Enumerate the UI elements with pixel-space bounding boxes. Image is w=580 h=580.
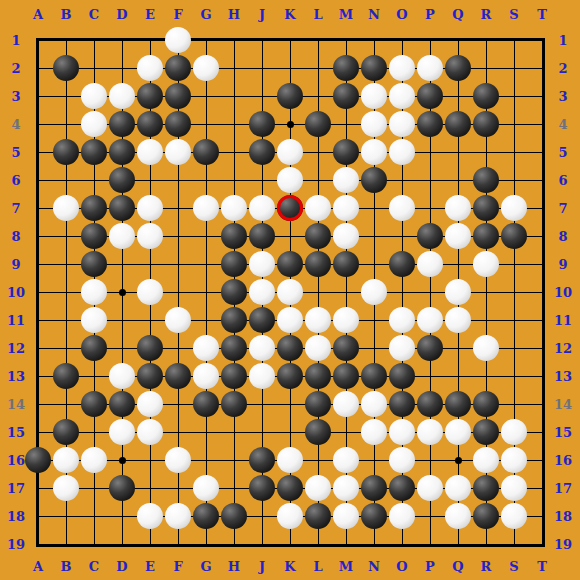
- intersection-A19[interactable]: [24, 530, 52, 558]
- intersection-H3[interactable]: [220, 82, 248, 110]
- intersection-K4[interactable]: [276, 110, 304, 138]
- intersection-O2[interactable]: [388, 54, 416, 82]
- intersection-A13[interactable]: [24, 362, 52, 390]
- intersection-T13[interactable]: [528, 362, 556, 390]
- intersection-R9[interactable]: [472, 250, 500, 278]
- intersection-H5[interactable]: [220, 138, 248, 166]
- intersection-K7[interactable]: [276, 194, 304, 222]
- intersection-L12[interactable]: [304, 334, 332, 362]
- intersection-B13[interactable]: [52, 362, 80, 390]
- intersection-F3[interactable]: [164, 82, 192, 110]
- intersection-S11[interactable]: [500, 306, 528, 334]
- intersection-R8[interactable]: [472, 222, 500, 250]
- intersection-E16[interactable]: [136, 446, 164, 474]
- intersection-O5[interactable]: [388, 138, 416, 166]
- intersection-G19[interactable]: [192, 530, 220, 558]
- intersection-R19[interactable]: [472, 530, 500, 558]
- intersection-G1[interactable]: [192, 26, 220, 54]
- intersection-O4[interactable]: [388, 110, 416, 138]
- intersection-Q6[interactable]: [444, 166, 472, 194]
- intersection-H18[interactable]: [220, 502, 248, 530]
- intersection-M1[interactable]: [332, 26, 360, 54]
- intersection-F13[interactable]: [164, 362, 192, 390]
- intersection-Q8[interactable]: [444, 222, 472, 250]
- intersection-P10[interactable]: [416, 278, 444, 306]
- intersection-L9[interactable]: [304, 250, 332, 278]
- intersection-A5[interactable]: [24, 138, 52, 166]
- intersection-A15[interactable]: [24, 418, 52, 446]
- intersection-N2[interactable]: [360, 54, 388, 82]
- intersection-H11[interactable]: [220, 306, 248, 334]
- intersection-L1[interactable]: [304, 26, 332, 54]
- intersection-L6[interactable]: [304, 166, 332, 194]
- intersection-F12[interactable]: [164, 334, 192, 362]
- intersection-S1[interactable]: [500, 26, 528, 54]
- intersection-K19[interactable]: [276, 530, 304, 558]
- intersection-T1[interactable]: [528, 26, 556, 54]
- intersection-O18[interactable]: [388, 502, 416, 530]
- intersection-J17[interactable]: [248, 474, 276, 502]
- intersection-G3[interactable]: [192, 82, 220, 110]
- intersection-A16[interactable]: [24, 446, 52, 474]
- intersection-O14[interactable]: [388, 390, 416, 418]
- intersection-D5[interactable]: [108, 138, 136, 166]
- intersection-G13[interactable]: [192, 362, 220, 390]
- intersection-H15[interactable]: [220, 418, 248, 446]
- intersection-A1[interactable]: [24, 26, 52, 54]
- intersection-K16[interactable]: [276, 446, 304, 474]
- intersection-S3[interactable]: [500, 82, 528, 110]
- intersection-F15[interactable]: [164, 418, 192, 446]
- intersection-K13[interactable]: [276, 362, 304, 390]
- intersection-L11[interactable]: [304, 306, 332, 334]
- intersection-H16[interactable]: [220, 446, 248, 474]
- intersection-P11[interactable]: [416, 306, 444, 334]
- intersection-L19[interactable]: [304, 530, 332, 558]
- intersection-S10[interactable]: [500, 278, 528, 306]
- intersection-T2[interactable]: [528, 54, 556, 82]
- intersection-Q13[interactable]: [444, 362, 472, 390]
- intersection-E17[interactable]: [136, 474, 164, 502]
- intersection-C11[interactable]: [80, 306, 108, 334]
- intersection-G6[interactable]: [192, 166, 220, 194]
- intersection-J7[interactable]: [248, 194, 276, 222]
- intersection-S15[interactable]: [500, 418, 528, 446]
- intersection-N18[interactable]: [360, 502, 388, 530]
- intersection-O16[interactable]: [388, 446, 416, 474]
- intersection-B14[interactable]: [52, 390, 80, 418]
- intersection-P17[interactable]: [416, 474, 444, 502]
- intersection-B18[interactable]: [52, 502, 80, 530]
- intersection-B6[interactable]: [52, 166, 80, 194]
- intersection-T10[interactable]: [528, 278, 556, 306]
- intersection-E9[interactable]: [136, 250, 164, 278]
- intersection-E18[interactable]: [136, 502, 164, 530]
- intersection-D10[interactable]: [108, 278, 136, 306]
- intersection-N15[interactable]: [360, 418, 388, 446]
- intersection-T18[interactable]: [528, 502, 556, 530]
- intersection-G12[interactable]: [192, 334, 220, 362]
- intersection-N10[interactable]: [360, 278, 388, 306]
- intersection-M7[interactable]: [332, 194, 360, 222]
- intersection-O3[interactable]: [388, 82, 416, 110]
- intersection-N13[interactable]: [360, 362, 388, 390]
- intersection-E19[interactable]: [136, 530, 164, 558]
- intersection-A12[interactable]: [24, 334, 52, 362]
- intersection-M15[interactable]: [332, 418, 360, 446]
- intersection-D19[interactable]: [108, 530, 136, 558]
- intersection-B4[interactable]: [52, 110, 80, 138]
- intersection-R5[interactable]: [472, 138, 500, 166]
- intersection-G4[interactable]: [192, 110, 220, 138]
- intersection-E5[interactable]: [136, 138, 164, 166]
- intersection-J3[interactable]: [248, 82, 276, 110]
- intersection-N6[interactable]: [360, 166, 388, 194]
- intersection-H8[interactable]: [220, 222, 248, 250]
- intersection-J10[interactable]: [248, 278, 276, 306]
- intersection-H7[interactable]: [220, 194, 248, 222]
- intersection-F18[interactable]: [164, 502, 192, 530]
- intersection-M12[interactable]: [332, 334, 360, 362]
- intersection-M8[interactable]: [332, 222, 360, 250]
- intersection-Q19[interactable]: [444, 530, 472, 558]
- intersection-J8[interactable]: [248, 222, 276, 250]
- intersection-F8[interactable]: [164, 222, 192, 250]
- intersection-P18[interactable]: [416, 502, 444, 530]
- intersection-K18[interactable]: [276, 502, 304, 530]
- intersection-M16[interactable]: [332, 446, 360, 474]
- intersection-S13[interactable]: [500, 362, 528, 390]
- intersection-C17[interactable]: [80, 474, 108, 502]
- intersection-S2[interactable]: [500, 54, 528, 82]
- intersection-T17[interactable]: [528, 474, 556, 502]
- intersection-N8[interactable]: [360, 222, 388, 250]
- intersection-R6[interactable]: [472, 166, 500, 194]
- intersection-G8[interactable]: [192, 222, 220, 250]
- intersection-J9[interactable]: [248, 250, 276, 278]
- intersection-O6[interactable]: [388, 166, 416, 194]
- intersection-R18[interactable]: [472, 502, 500, 530]
- intersection-C14[interactable]: [80, 390, 108, 418]
- intersection-S16[interactable]: [500, 446, 528, 474]
- intersection-H12[interactable]: [220, 334, 248, 362]
- intersection-D1[interactable]: [108, 26, 136, 54]
- intersection-Q18[interactable]: [444, 502, 472, 530]
- intersection-N5[interactable]: [360, 138, 388, 166]
- intersection-S7[interactable]: [500, 194, 528, 222]
- intersection-P3[interactable]: [416, 82, 444, 110]
- intersection-T16[interactable]: [528, 446, 556, 474]
- intersection-M11[interactable]: [332, 306, 360, 334]
- intersection-C2[interactable]: [80, 54, 108, 82]
- intersection-K6[interactable]: [276, 166, 304, 194]
- intersection-D2[interactable]: [108, 54, 136, 82]
- intersection-A8[interactable]: [24, 222, 52, 250]
- intersection-H13[interactable]: [220, 362, 248, 390]
- intersection-L2[interactable]: [304, 54, 332, 82]
- intersection-R12[interactable]: [472, 334, 500, 362]
- intersection-G17[interactable]: [192, 474, 220, 502]
- intersection-L13[interactable]: [304, 362, 332, 390]
- intersection-K9[interactable]: [276, 250, 304, 278]
- intersection-T7[interactable]: [528, 194, 556, 222]
- intersection-M2[interactable]: [332, 54, 360, 82]
- intersection-F9[interactable]: [164, 250, 192, 278]
- intersection-F16[interactable]: [164, 446, 192, 474]
- intersection-R15[interactable]: [472, 418, 500, 446]
- intersection-J11[interactable]: [248, 306, 276, 334]
- intersection-S5[interactable]: [500, 138, 528, 166]
- intersection-C6[interactable]: [80, 166, 108, 194]
- intersection-R17[interactable]: [472, 474, 500, 502]
- intersection-B15[interactable]: [52, 418, 80, 446]
- intersection-Q17[interactable]: [444, 474, 472, 502]
- intersection-C13[interactable]: [80, 362, 108, 390]
- intersection-L4[interactable]: [304, 110, 332, 138]
- intersection-R11[interactable]: [472, 306, 500, 334]
- intersection-B7[interactable]: [52, 194, 80, 222]
- intersection-L3[interactable]: [304, 82, 332, 110]
- intersection-S9[interactable]: [500, 250, 528, 278]
- intersection-A10[interactable]: [24, 278, 52, 306]
- intersection-B12[interactable]: [52, 334, 80, 362]
- intersection-B17[interactable]: [52, 474, 80, 502]
- intersection-E2[interactable]: [136, 54, 164, 82]
- intersection-G2[interactable]: [192, 54, 220, 82]
- intersection-D3[interactable]: [108, 82, 136, 110]
- intersection-L10[interactable]: [304, 278, 332, 306]
- intersection-P13[interactable]: [416, 362, 444, 390]
- intersection-J16[interactable]: [248, 446, 276, 474]
- intersection-D14[interactable]: [108, 390, 136, 418]
- intersection-D4[interactable]: [108, 110, 136, 138]
- intersection-F6[interactable]: [164, 166, 192, 194]
- intersection-R3[interactable]: [472, 82, 500, 110]
- intersection-C1[interactable]: [80, 26, 108, 54]
- intersection-G18[interactable]: [192, 502, 220, 530]
- intersection-G5[interactable]: [192, 138, 220, 166]
- intersection-N17[interactable]: [360, 474, 388, 502]
- intersection-F1[interactable]: [164, 26, 192, 54]
- intersection-D6[interactable]: [108, 166, 136, 194]
- intersection-T8[interactable]: [528, 222, 556, 250]
- intersection-M10[interactable]: [332, 278, 360, 306]
- intersection-M4[interactable]: [332, 110, 360, 138]
- intersection-P15[interactable]: [416, 418, 444, 446]
- intersection-G15[interactable]: [192, 418, 220, 446]
- intersection-G11[interactable]: [192, 306, 220, 334]
- intersection-T5[interactable]: [528, 138, 556, 166]
- intersection-C18[interactable]: [80, 502, 108, 530]
- intersection-C16[interactable]: [80, 446, 108, 474]
- intersection-G7[interactable]: [192, 194, 220, 222]
- intersection-O11[interactable]: [388, 306, 416, 334]
- intersection-Q5[interactable]: [444, 138, 472, 166]
- intersection-O9[interactable]: [388, 250, 416, 278]
- intersection-P2[interactable]: [416, 54, 444, 82]
- intersection-D13[interactable]: [108, 362, 136, 390]
- intersection-S18[interactable]: [500, 502, 528, 530]
- intersection-L17[interactable]: [304, 474, 332, 502]
- intersection-M19[interactable]: [332, 530, 360, 558]
- intersection-K2[interactable]: [276, 54, 304, 82]
- intersection-F14[interactable]: [164, 390, 192, 418]
- intersection-E12[interactable]: [136, 334, 164, 362]
- intersection-T15[interactable]: [528, 418, 556, 446]
- intersection-G14[interactable]: [192, 390, 220, 418]
- intersection-D12[interactable]: [108, 334, 136, 362]
- intersection-K17[interactable]: [276, 474, 304, 502]
- intersection-K3[interactable]: [276, 82, 304, 110]
- intersection-B3[interactable]: [52, 82, 80, 110]
- intersection-L15[interactable]: [304, 418, 332, 446]
- intersection-Q1[interactable]: [444, 26, 472, 54]
- intersection-B2[interactable]: [52, 54, 80, 82]
- intersection-K11[interactable]: [276, 306, 304, 334]
- intersection-B11[interactable]: [52, 306, 80, 334]
- intersection-H17[interactable]: [220, 474, 248, 502]
- intersection-B1[interactable]: [52, 26, 80, 54]
- intersection-S4[interactable]: [500, 110, 528, 138]
- intersection-M6[interactable]: [332, 166, 360, 194]
- intersection-C9[interactable]: [80, 250, 108, 278]
- intersection-S19[interactable]: [500, 530, 528, 558]
- intersection-N19[interactable]: [360, 530, 388, 558]
- intersection-O8[interactable]: [388, 222, 416, 250]
- intersection-S6[interactable]: [500, 166, 528, 194]
- intersection-L18[interactable]: [304, 502, 332, 530]
- intersection-E3[interactable]: [136, 82, 164, 110]
- intersection-D8[interactable]: [108, 222, 136, 250]
- intersection-R1[interactable]: [472, 26, 500, 54]
- intersection-J1[interactable]: [248, 26, 276, 54]
- intersection-F10[interactable]: [164, 278, 192, 306]
- intersection-K5[interactable]: [276, 138, 304, 166]
- intersection-Q9[interactable]: [444, 250, 472, 278]
- intersection-P8[interactable]: [416, 222, 444, 250]
- intersection-R4[interactable]: [472, 110, 500, 138]
- intersection-M5[interactable]: [332, 138, 360, 166]
- intersection-J18[interactable]: [248, 502, 276, 530]
- intersection-D9[interactable]: [108, 250, 136, 278]
- intersection-C8[interactable]: [80, 222, 108, 250]
- intersection-J12[interactable]: [248, 334, 276, 362]
- intersection-M13[interactable]: [332, 362, 360, 390]
- intersection-P16[interactable]: [416, 446, 444, 474]
- intersection-F19[interactable]: [164, 530, 192, 558]
- intersection-A6[interactable]: [24, 166, 52, 194]
- intersection-H2[interactable]: [220, 54, 248, 82]
- intersection-K1[interactable]: [276, 26, 304, 54]
- intersection-H6[interactable]: [220, 166, 248, 194]
- intersection-Q2[interactable]: [444, 54, 472, 82]
- intersection-P14[interactable]: [416, 390, 444, 418]
- intersection-F11[interactable]: [164, 306, 192, 334]
- intersection-Q16[interactable]: [444, 446, 472, 474]
- intersection-J14[interactable]: [248, 390, 276, 418]
- intersection-H9[interactable]: [220, 250, 248, 278]
- intersection-K12[interactable]: [276, 334, 304, 362]
- intersection-O17[interactable]: [388, 474, 416, 502]
- intersection-H1[interactable]: [220, 26, 248, 54]
- intersection-F4[interactable]: [164, 110, 192, 138]
- intersection-N4[interactable]: [360, 110, 388, 138]
- intersection-C4[interactable]: [80, 110, 108, 138]
- intersection-P19[interactable]: [416, 530, 444, 558]
- intersection-S14[interactable]: [500, 390, 528, 418]
- intersection-B10[interactable]: [52, 278, 80, 306]
- intersection-P6[interactable]: [416, 166, 444, 194]
- intersection-P5[interactable]: [416, 138, 444, 166]
- intersection-N9[interactable]: [360, 250, 388, 278]
- intersection-D7[interactable]: [108, 194, 136, 222]
- intersection-E8[interactable]: [136, 222, 164, 250]
- intersection-E13[interactable]: [136, 362, 164, 390]
- intersection-B19[interactable]: [52, 530, 80, 558]
- intersection-H19[interactable]: [220, 530, 248, 558]
- intersection-N14[interactable]: [360, 390, 388, 418]
- intersection-N7[interactable]: [360, 194, 388, 222]
- intersection-T6[interactable]: [528, 166, 556, 194]
- intersection-B9[interactable]: [52, 250, 80, 278]
- intersection-C15[interactable]: [80, 418, 108, 446]
- intersection-A11[interactable]: [24, 306, 52, 334]
- intersection-H10[interactable]: [220, 278, 248, 306]
- intersection-M18[interactable]: [332, 502, 360, 530]
- intersection-Q7[interactable]: [444, 194, 472, 222]
- intersection-O7[interactable]: [388, 194, 416, 222]
- intersection-E15[interactable]: [136, 418, 164, 446]
- intersection-R2[interactable]: [472, 54, 500, 82]
- intersection-T19[interactable]: [528, 530, 556, 558]
- intersection-P7[interactable]: [416, 194, 444, 222]
- intersection-R7[interactable]: [472, 194, 500, 222]
- intersection-D17[interactable]: [108, 474, 136, 502]
- intersection-A4[interactable]: [24, 110, 52, 138]
- intersection-C7[interactable]: [80, 194, 108, 222]
- intersection-A3[interactable]: [24, 82, 52, 110]
- intersection-F2[interactable]: [164, 54, 192, 82]
- intersection-N12[interactable]: [360, 334, 388, 362]
- intersection-J4[interactable]: [248, 110, 276, 138]
- intersection-C19[interactable]: [80, 530, 108, 558]
- intersection-Q12[interactable]: [444, 334, 472, 362]
- intersection-B5[interactable]: [52, 138, 80, 166]
- intersection-C3[interactable]: [80, 82, 108, 110]
- intersection-T4[interactable]: [528, 110, 556, 138]
- intersection-L16[interactable]: [304, 446, 332, 474]
- intersection-E11[interactable]: [136, 306, 164, 334]
- intersection-E1[interactable]: [136, 26, 164, 54]
- intersection-N11[interactable]: [360, 306, 388, 334]
- intersection-J5[interactable]: [248, 138, 276, 166]
- intersection-D16[interactable]: [108, 446, 136, 474]
- intersection-T11[interactable]: [528, 306, 556, 334]
- intersection-K8[interactable]: [276, 222, 304, 250]
- intersection-Q4[interactable]: [444, 110, 472, 138]
- intersection-C12[interactable]: [80, 334, 108, 362]
- intersection-J6[interactable]: [248, 166, 276, 194]
- intersection-S8[interactable]: [500, 222, 528, 250]
- intersection-S12[interactable]: [500, 334, 528, 362]
- intersection-N1[interactable]: [360, 26, 388, 54]
- intersection-R14[interactable]: [472, 390, 500, 418]
- intersection-G16[interactable]: [192, 446, 220, 474]
- intersection-O13[interactable]: [388, 362, 416, 390]
- intersection-L8[interactable]: [304, 222, 332, 250]
- intersection-O12[interactable]: [388, 334, 416, 362]
- intersection-P1[interactable]: [416, 26, 444, 54]
